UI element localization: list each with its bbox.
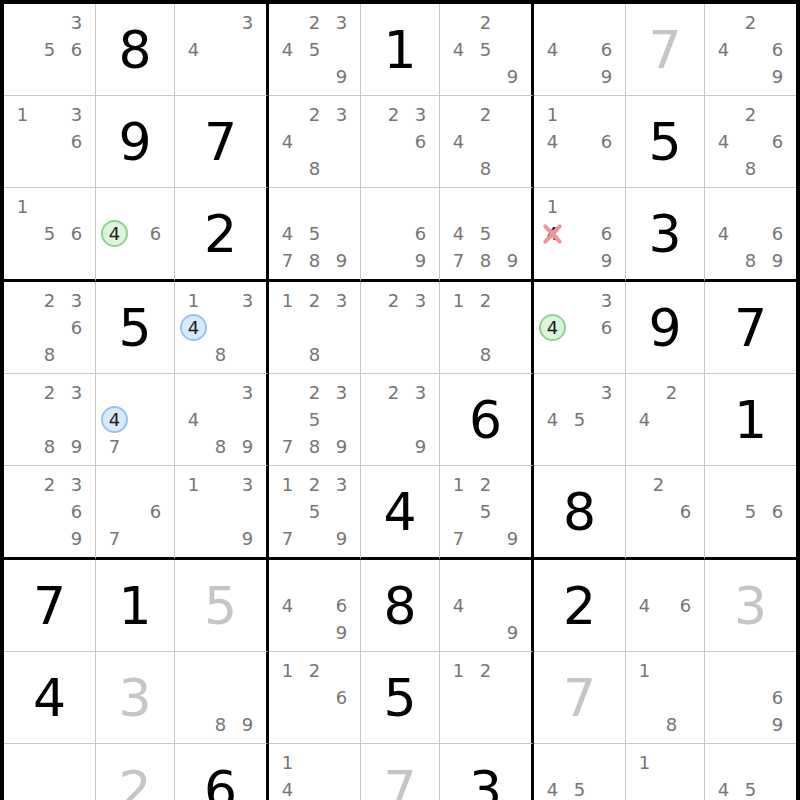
candidate-3[interactable]: 3 (328, 471, 355, 498)
candidate-2[interactable]: 2 (301, 657, 328, 684)
candidate-3[interactable]: 3 (234, 379, 261, 406)
candidate-4-green-circle[interactable]: 4 (539, 314, 566, 341)
candidate-1[interactable]: 1 (180, 287, 207, 314)
candidate-slot-9: 9 (63, 525, 90, 552)
candidate-6[interactable]: 6 (764, 498, 791, 525)
cell-r2c2[interactable]: 9 (96, 96, 175, 188)
candidate-1[interactable]: 1 (631, 749, 658, 776)
candidate-slot-2: 2 (36, 471, 63, 498)
candidate-2[interactable]: 2 (737, 9, 764, 36)
candidate-2[interactable]: 2 (36, 471, 63, 498)
cell-r9c2[interactable]: 2 (96, 744, 175, 800)
candidate-6[interactable]: 6 (63, 498, 90, 525)
cell-r5c2[interactable]: 47 (96, 374, 175, 466)
candidate-slot-2: 2 (737, 101, 764, 128)
candidate-4[interactable]: 4 (710, 36, 737, 63)
candidate-2[interactable]: 2 (658, 379, 685, 406)
cell-r5c6[interactable]: 6 (440, 374, 534, 466)
candidate-slot-9: 9 (328, 247, 355, 274)
cell-r7c5[interactable]: 8 (361, 560, 440, 652)
candidate-9[interactable]: 9 (499, 63, 526, 90)
cell-r6c2[interactable]: 67 (96, 466, 175, 560)
candidate-slot-2: 2 (380, 287, 407, 314)
cell-r4c4[interactable]: 1238 (269, 282, 361, 374)
candidate-5[interactable]: 5 (472, 36, 499, 63)
candidate-9[interactable]: 9 (328, 525, 355, 552)
candidate-slot-8: 8 (472, 155, 499, 182)
candidate-3[interactable]: 3 (593, 379, 620, 406)
cell-r5c5[interactable]: 239 (361, 374, 440, 466)
cell-r2c3[interactable]: 7 (175, 96, 269, 188)
candidate-slot-4: 4 (539, 36, 566, 63)
candidate-6[interactable]: 6 (593, 220, 620, 247)
cell-r4c5[interactable]: 23 (361, 282, 440, 374)
candidate-slot-2: 2 (301, 657, 328, 684)
cell-r2c7[interactable]: 146 (534, 96, 626, 188)
candidate-slot-5: 5 (301, 36, 328, 63)
candidate-1[interactable]: 1 (631, 657, 658, 684)
cell-r9c3[interactable]: 6 (175, 744, 269, 800)
candidate-1[interactable]: 1 (274, 657, 301, 684)
candidate-4[interactable]: 4 (180, 36, 207, 63)
candidate-4[interactable]: 4 (445, 36, 472, 63)
candidate-6[interactable]: 6 (407, 128, 434, 155)
cell-r2c6[interactable]: 248 (440, 96, 534, 188)
solved-digit: 7 (563, 672, 596, 724)
candidate-2[interactable]: 2 (472, 101, 499, 128)
candidate-8[interactable]: 8 (472, 341, 499, 368)
candidate-5[interactable]: 5 (737, 498, 764, 525)
candidate-6[interactable]: 6 (63, 220, 90, 247)
candidate-2[interactable]: 2 (301, 9, 328, 36)
candidate-slot-1: 1 (180, 287, 207, 314)
cell-r7c3[interactable]: 5 (175, 560, 269, 652)
given-digit: 7 (204, 116, 237, 168)
candidate-slot-1: 1 (445, 471, 472, 498)
candidate-5[interactable]: 5 (36, 36, 63, 63)
cell-r2c4[interactable]: 2348 (269, 96, 361, 188)
solved-digit: 3 (118, 672, 151, 724)
candidate-slot-6: 6 (142, 220, 169, 247)
cell-r7c8[interactable]: 46 (626, 560, 705, 652)
given-digit: 5 (118, 302, 151, 354)
candidate-3[interactable]: 3 (328, 101, 355, 128)
candidate-3[interactable]: 3 (63, 471, 90, 498)
candidate-4[interactable]: 4 (710, 128, 737, 155)
given-digit: 6 (469, 394, 502, 446)
candidate-3[interactable]: 3 (593, 287, 620, 314)
candidate-2[interactable]: 2 (472, 471, 499, 498)
cell-r6c6[interactable]: 12579 (440, 466, 534, 560)
candidate-8[interactable]: 8 (301, 433, 328, 460)
cell-r8c5[interactable]: 5 (361, 652, 440, 744)
candidate-1[interactable]: 1 (274, 287, 301, 314)
candidate-4[interactable]: 4 (631, 592, 658, 619)
candidate-7[interactable]: 7 (445, 525, 472, 552)
cell-r3c8[interactable]: 3 (626, 188, 705, 282)
candidate-1[interactable]: 1 (445, 657, 472, 684)
candidate-slot-2: 2 (301, 471, 328, 498)
candidate-6[interactable]: 6 (407, 220, 434, 247)
cell-r9c4[interactable]: 14 (269, 744, 361, 800)
candidate-1[interactable]: 1 (539, 101, 566, 128)
sudoku-board: 3568342345912459469724691369723482362481… (0, 0, 800, 800)
candidate-1[interactable]: 1 (445, 471, 472, 498)
candidate-6[interactable]: 6 (672, 498, 699, 525)
candidate-4[interactable]: 4 (539, 36, 566, 63)
candidate-slot-1: 1 (539, 101, 566, 128)
cell-r5c4[interactable]: 235789 (269, 374, 361, 466)
candidate-6[interactable]: 6 (764, 220, 791, 247)
candidate-8[interactable]: 8 (207, 341, 234, 368)
candidate-6[interactable]: 6 (764, 684, 791, 711)
candidate-1[interactable]: 1 (539, 193, 566, 220)
cell-r4c8[interactable]: 9 (626, 282, 705, 374)
candidate-slot-1: 1 (9, 101, 36, 128)
candidate-9[interactable]: 9 (63, 525, 90, 552)
candidate-3[interactable]: 3 (234, 471, 261, 498)
candidate-6[interactable]: 6 (63, 314, 90, 341)
candidate-slot-8: 8 (301, 341, 328, 368)
candidate-6[interactable]: 6 (328, 684, 355, 711)
candidate-6[interactable]: 6 (672, 592, 699, 619)
candidate-4[interactable]: 4 (274, 592, 301, 619)
candidate-7[interactable]: 7 (445, 247, 472, 274)
candidate-3[interactable]: 3 (407, 379, 434, 406)
candidate-1[interactable]: 1 (9, 193, 36, 220)
candidate-5[interactable]: 5 (36, 220, 63, 247)
candidate-6[interactable]: 6 (593, 314, 620, 341)
candidate-4[interactable]: 4 (274, 128, 301, 155)
cell-r9c8[interactable]: 18 (626, 744, 705, 800)
cell-r3c5[interactable]: 69 (361, 188, 440, 282)
candidate-slot-2: 2 (301, 101, 328, 128)
candidate-3[interactable]: 3 (407, 287, 434, 314)
candidate-8[interactable]: 8 (301, 155, 328, 182)
candidate-4-green-circle[interactable]: 4 (101, 220, 128, 247)
candidate-slot-7: 7 (274, 525, 301, 552)
candidate-7[interactable]: 7 (274, 525, 301, 552)
solved-digit: 2 (118, 764, 151, 800)
candidate-slot-6: 6 (63, 220, 90, 247)
cell-r9c7[interactable]: 459 (534, 744, 626, 800)
candidate-5[interactable]: 5 (566, 776, 593, 800)
given-digit: 9 (118, 116, 151, 168)
candidate-8[interactable]: 8 (658, 711, 685, 738)
cell-r6c3[interactable]: 139 (175, 466, 269, 560)
candidate-slot-4: 4 (274, 592, 301, 619)
candidate-2[interactable]: 2 (301, 287, 328, 314)
cell-r6c1[interactable]: 2369 (4, 466, 96, 560)
candidate-3[interactable]: 3 (63, 379, 90, 406)
candidate-9[interactable]: 9 (63, 433, 90, 460)
given-digit: 2 (204, 208, 237, 260)
candidate-9[interactable]: 9 (764, 63, 791, 90)
cell-r3c6[interactable]: 45789 (440, 188, 534, 282)
cell-r1c3[interactable]: 34 (175, 4, 269, 96)
cell-r5c8[interactable]: 24 (626, 374, 705, 466)
candidate-2[interactable]: 2 (380, 101, 407, 128)
candidate-9[interactable]: 9 (407, 247, 434, 274)
cell-r5c3[interactable]: 3489 (175, 374, 269, 466)
candidate-9[interactable]: 9 (328, 433, 355, 460)
candidate-2[interactable]: 2 (36, 379, 63, 406)
candidate-7[interactable]: 7 (101, 433, 128, 460)
cell-r2c9[interactable]: 2468 (705, 96, 796, 188)
candidate-3[interactable]: 3 (234, 9, 261, 36)
candidate-1[interactable]: 1 (9, 101, 36, 128)
cell-r7c1[interactable]: 7 (4, 560, 96, 652)
cell-r4c2[interactable]: 5 (96, 282, 175, 374)
cell-r4c9[interactable]: 7 (705, 282, 796, 374)
candidate-6[interactable]: 6 (593, 36, 620, 63)
candidate-9[interactable]: 9 (234, 711, 261, 738)
cell-r9c6[interactable]: 3 (440, 744, 534, 800)
given-digit: 5 (648, 116, 681, 168)
cell-r3c7[interactable]: 1469 (534, 188, 626, 282)
candidate-9[interactable]: 9 (593, 247, 620, 274)
candidate-slot-6: 6 (407, 220, 434, 247)
candidate-9[interactable]: 9 (234, 433, 261, 460)
candidate-4[interactable]: 4 (539, 776, 566, 800)
candidate-2[interactable]: 2 (380, 287, 407, 314)
candidate-3[interactable]: 3 (63, 101, 90, 128)
candidate-5[interactable]: 5 (301, 498, 328, 525)
cell-r7c4[interactable]: 469 (269, 560, 361, 652)
cell-r8c9[interactable]: 69 (705, 652, 796, 744)
candidate-4[interactable]: 4 (445, 592, 472, 619)
cell-r1c8[interactable]: 7 (626, 4, 705, 96)
cell-r1c7[interactable]: 469 (534, 4, 626, 96)
candidate-slot-5: 5 (301, 498, 328, 525)
cell-r2c8[interactable]: 5 (626, 96, 705, 188)
cell-r8c2[interactable]: 3 (96, 652, 175, 744)
candidate-slot-3: 3 (63, 101, 90, 128)
candidate-5[interactable]: 5 (472, 220, 499, 247)
cell-r3c4[interactable]: 45789 (269, 188, 361, 282)
candidate-9[interactable]: 9 (499, 247, 526, 274)
cell-r6c9[interactable]: 56 (705, 466, 796, 560)
candidate-7[interactable]: 7 (101, 525, 128, 552)
cell-r4c1[interactable]: 2368 (4, 282, 96, 374)
candidate-4[interactable]: 4 (539, 128, 566, 155)
cell-r2c5[interactable]: 236 (361, 96, 440, 188)
cell-r1c2[interactable]: 8 (96, 4, 175, 96)
candidate-7[interactable]: 7 (274, 433, 301, 460)
candidate-4[interactable]: 4 (539, 406, 566, 433)
cell-r7c9[interactable]: 3 (705, 560, 796, 652)
cell-r9c1[interactable]: 89 (4, 744, 96, 800)
cell-r6c4[interactable]: 123579 (269, 466, 361, 560)
candidate-4[interactable]: 4 (445, 128, 472, 155)
cell-r2c1[interactable]: 136 (4, 96, 96, 188)
cell-r8c1[interactable]: 4 (4, 652, 96, 744)
cell-r4c6[interactable]: 128 (440, 282, 534, 374)
candidate-8[interactable]: 8 (472, 247, 499, 274)
candidate-8[interactable]: 8 (301, 247, 328, 274)
cell-r8c3[interactable]: 89 (175, 652, 269, 744)
candidate-4-blue-circle[interactable]: 4 (180, 314, 207, 341)
candidate-slot-2: 2 (472, 9, 499, 36)
candidate-2[interactable]: 2 (301, 101, 328, 128)
cell-r3c9[interactable]: 4689 (705, 188, 796, 282)
candidate-5[interactable]: 5 (566, 406, 593, 433)
candidate-9[interactable]: 9 (499, 525, 526, 552)
candidate-8[interactable]: 8 (207, 711, 234, 738)
candidate-5[interactable]: 5 (301, 406, 328, 433)
candidate-9[interactable]: 9 (593, 63, 620, 90)
candidate-1[interactable]: 1 (445, 287, 472, 314)
cell-r6c8[interactable]: 26 (626, 466, 705, 560)
cell-r7c2[interactable]: 1 (96, 560, 175, 652)
candidate-3[interactable]: 3 (63, 9, 90, 36)
candidate-2[interactable]: 2 (36, 287, 63, 314)
candidate-6[interactable]: 6 (142, 498, 169, 525)
candidate-4[interactable]: 4 (710, 220, 737, 247)
candidate-9[interactable]: 9 (764, 711, 791, 738)
candidate-6[interactable]: 6 (593, 128, 620, 155)
candidate-8[interactable]: 8 (472, 155, 499, 182)
candidate-6[interactable]: 6 (764, 36, 791, 63)
given-digit: 1 (734, 394, 767, 446)
cell-r3c1[interactable]: 156 (4, 188, 96, 282)
cell-r8c4[interactable]: 126 (269, 652, 361, 744)
cell-r4c7[interactable]: 346 (534, 282, 626, 374)
candidate-1[interactable]: 1 (274, 749, 301, 776)
cell-r8c8[interactable]: 18 (626, 652, 705, 744)
candidate-6[interactable]: 6 (142, 220, 169, 247)
cell-r9c9[interactable]: 459 (705, 744, 796, 800)
candidate-3[interactable]: 3 (407, 101, 434, 128)
candidate-8[interactable]: 8 (737, 247, 764, 274)
candidate-2[interactable]: 2 (472, 9, 499, 36)
candidate-slot-2: 2 (645, 471, 672, 498)
solved-digit: 7 (648, 24, 681, 76)
candidate-4-red-x[interactable]: 4 (539, 220, 566, 247)
candidate-4[interactable]: 4 (274, 776, 301, 800)
candidate-slot-6: 6 (593, 220, 620, 247)
given-digit: 4 (33, 672, 66, 724)
candidate-slot-2: 2 (737, 9, 764, 36)
candidate-1[interactable]: 1 (274, 471, 301, 498)
candidate-6[interactable]: 6 (764, 128, 791, 155)
candidate-4-blue-circle[interactable]: 4 (101, 406, 128, 433)
candidate-4[interactable]: 4 (710, 776, 737, 800)
candidate-7[interactable]: 7 (274, 247, 301, 274)
cell-r1c1[interactable]: 356 (4, 4, 96, 96)
candidate-slot-4: 4 (180, 36, 207, 63)
cell-r8c6[interactable]: 12 (440, 652, 534, 744)
candidate-4[interactable]: 4 (274, 36, 301, 63)
candidate-2[interactable]: 2 (301, 471, 328, 498)
candidate-4[interactable]: 4 (180, 406, 207, 433)
candidate-9[interactable]: 9 (328, 63, 355, 90)
cell-r7c7[interactable]: 2 (534, 560, 626, 652)
cell-r5c7[interactable]: 345 (534, 374, 626, 466)
given-digit: 1 (118, 580, 151, 632)
candidate-5[interactable]: 5 (301, 220, 328, 247)
cell-r7c6[interactable]: 49 (440, 560, 534, 652)
candidate-3[interactable]: 3 (234, 287, 261, 314)
candidate-3[interactable]: 3 (63, 287, 90, 314)
given-digit: 4 (383, 486, 416, 538)
cell-r3c2[interactable]: 46 (96, 188, 175, 282)
candidate-2[interactable]: 2 (380, 379, 407, 406)
cell-r9c5[interactable]: 7 (361, 744, 440, 800)
cell-r6c5[interactable]: 4 (361, 466, 440, 560)
candidate-slot-3: 3 (234, 9, 261, 36)
candidate-slot-6: 6 (593, 314, 620, 341)
cell-r1c6[interactable]: 2459 (440, 4, 534, 96)
candidate-2[interactable]: 2 (645, 471, 672, 498)
candidate-2[interactable]: 2 (472, 657, 499, 684)
candidate-slot-4: 4 (631, 592, 658, 619)
cell-r5c9[interactable]: 1 (705, 374, 796, 466)
candidate-slot-3: 3 (593, 287, 620, 314)
candidate-3[interactable]: 3 (328, 379, 355, 406)
cell-r1c5[interactable]: 1 (361, 4, 440, 96)
candidate-slot-4: 4 (274, 36, 301, 63)
candidate-5[interactable]: 5 (301, 36, 328, 63)
candidate-2[interactable]: 2 (737, 101, 764, 128)
candidate-3[interactable]: 3 (328, 9, 355, 36)
candidate-4[interactable]: 4 (631, 406, 658, 433)
candidate-6[interactable]: 6 (328, 592, 355, 619)
candidate-slot-9: 9 (328, 63, 355, 90)
candidate-9[interactable]: 9 (764, 247, 791, 274)
cell-r1c9[interactable]: 2469 (705, 4, 796, 96)
candidate-3[interactable]: 3 (328, 287, 355, 314)
candidate-9[interactable]: 9 (499, 619, 526, 646)
candidate-8[interactable]: 8 (36, 341, 63, 368)
cell-r3c3[interactable]: 2 (175, 188, 269, 282)
candidate-slot-9: 9 (234, 711, 261, 738)
candidate-slot-4: 4 (180, 314, 207, 341)
candidate-9[interactable]: 9 (234, 525, 261, 552)
candidate-4[interactable]: 4 (445, 220, 472, 247)
candidate-8[interactable]: 8 (207, 433, 234, 460)
candidate-slot-7: 7 (274, 433, 301, 460)
candidate-8[interactable]: 8 (301, 341, 328, 368)
candidate-2[interactable]: 2 (472, 287, 499, 314)
candidate-8[interactable]: 8 (36, 433, 63, 460)
candidate-slot-3: 3 (234, 471, 261, 498)
candidate-5[interactable]: 5 (472, 498, 499, 525)
candidate-slot-4: 4 (710, 36, 737, 63)
candidate-2[interactable]: 2 (301, 379, 328, 406)
candidate-9[interactable]: 9 (328, 247, 355, 274)
cell-r5c1[interactable]: 2389 (4, 374, 96, 466)
candidate-slot-1: 1 (9, 193, 36, 220)
cell-r8c7[interactable]: 7 (534, 652, 626, 744)
candidate-9[interactable]: 9 (328, 619, 355, 646)
candidate-6[interactable]: 6 (63, 128, 90, 155)
candidate-slot-4: 4 (445, 36, 472, 63)
candidate-9[interactable]: 9 (407, 433, 434, 460)
cell-r6c7[interactable]: 8 (534, 466, 626, 560)
cell-r4c3[interactable]: 1348 (175, 282, 269, 374)
candidate-slot-3: 3 (593, 379, 620, 406)
candidate-1[interactable]: 1 (180, 471, 207, 498)
candidate-5[interactable]: 5 (737, 776, 764, 800)
candidate-6[interactable]: 6 (63, 36, 90, 63)
candidate-slot-4: 4 (101, 406, 128, 433)
candidate-slot-1: 1 (180, 471, 207, 498)
candidate-slot-5: 5 (301, 406, 328, 433)
candidate-4[interactable]: 4 (274, 220, 301, 247)
candidate-8[interactable]: 8 (737, 155, 764, 182)
cell-r1c4[interactable]: 23459 (269, 4, 361, 96)
